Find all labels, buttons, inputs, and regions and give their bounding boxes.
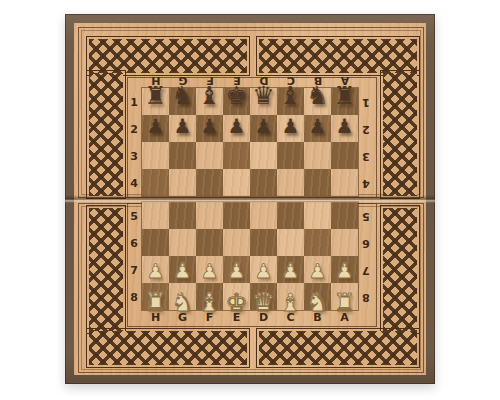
product-photo: ♜♞♝♚♛♝♞♜♟♟♟♟♟♟♟♟ ♟♟♟♟♟♟♟♟♜♞♝♚♛♝♞♜ HHGGFF…	[0, 0, 500, 400]
square-e4	[223, 169, 250, 196]
square-b3	[304, 142, 331, 169]
piece-light-pawn: ♟	[228, 258, 246, 285]
square-c7: ♟	[277, 256, 304, 283]
square-e5	[223, 202, 250, 229]
file-label-top-e: E	[233, 74, 241, 87]
piece-dark-pawn: ♟	[282, 113, 300, 140]
rank-label-left-5: 5	[130, 209, 138, 222]
file-label-bottom-d: D	[259, 311, 268, 324]
piece-light-pawn: ♟	[255, 258, 273, 285]
square-f4	[196, 169, 223, 196]
square-d2: ♟	[250, 115, 277, 142]
square-h4	[142, 169, 169, 196]
knotwork-border-bottom-left-horizontal	[86, 328, 250, 368]
piece-dark-pawn: ♟	[174, 113, 192, 140]
square-c8: ♝	[277, 283, 304, 310]
file-label-top-f: F	[206, 74, 214, 87]
piece-light-pawn: ♟	[201, 258, 219, 285]
piece-light-pawn: ♟	[336, 258, 354, 285]
file-label-bottom-h: H	[151, 311, 160, 324]
square-f3	[196, 142, 223, 169]
square-c1: ♝	[277, 88, 304, 115]
square-e3	[223, 142, 250, 169]
rank-label-left-4: 4	[130, 176, 138, 189]
square-h2: ♟	[142, 115, 169, 142]
rank-label-left-8: 8	[130, 290, 138, 303]
square-g2: ♟	[169, 115, 196, 142]
square-h1: ♜	[142, 88, 169, 115]
chessboard-upper-half: ♜♞♝♚♛♝♞♜♟♟♟♟♟♟♟♟	[142, 88, 358, 196]
square-d6	[250, 229, 277, 256]
rank-label-left-6: 6	[130, 236, 138, 249]
piece-dark-pawn: ♟	[201, 113, 219, 140]
square-c3	[277, 142, 304, 169]
square-g5	[169, 202, 196, 229]
knotwork-border-right-upper-vertical	[380, 70, 420, 199]
rank-label-right-2: 2	[362, 122, 370, 135]
square-g4	[169, 169, 196, 196]
knotwork-border-left-lower-vertical	[86, 205, 126, 334]
piece-light-pawn: ♟	[147, 258, 165, 285]
square-d4	[250, 169, 277, 196]
file-label-top-a: A	[340, 74, 349, 87]
square-g6	[169, 229, 196, 256]
piece-dark-pawn: ♟	[228, 113, 246, 140]
square-d1: ♛	[250, 88, 277, 115]
file-label-bottom-e: E	[233, 311, 241, 324]
square-a2: ♟	[331, 115, 358, 142]
square-d7: ♟	[250, 256, 277, 283]
file-label-bottom-c: C	[286, 311, 294, 324]
file-label-top-g: G	[178, 74, 187, 87]
square-b1: ♞	[304, 88, 331, 115]
square-b4	[304, 169, 331, 196]
file-label-top-h: H	[151, 74, 160, 87]
square-e7: ♟	[223, 256, 250, 283]
square-f7: ♟	[196, 256, 223, 283]
rank-label-left-2: 2	[130, 122, 138, 135]
piece-dark-pawn: ♟	[255, 113, 273, 140]
square-f1: ♝	[196, 88, 223, 115]
square-f5	[196, 202, 223, 229]
piece-light-pawn: ♟	[174, 258, 192, 285]
square-a7: ♟	[331, 256, 358, 283]
square-d5	[250, 202, 277, 229]
square-f2: ♟	[196, 115, 223, 142]
square-e6	[223, 229, 250, 256]
square-b8: ♞	[304, 283, 331, 310]
square-c4	[277, 169, 304, 196]
piece-dark-pawn: ♟	[309, 113, 327, 140]
file-label-bottom-a: A	[340, 311, 349, 324]
square-g3	[169, 142, 196, 169]
piece-light-pawn: ♟	[282, 258, 300, 285]
square-b6	[304, 229, 331, 256]
square-b2: ♟	[304, 115, 331, 142]
square-d8: ♛	[250, 283, 277, 310]
rank-label-left-1: 1	[130, 95, 138, 108]
rank-label-right-7: 7	[362, 263, 370, 276]
square-c2: ♟	[277, 115, 304, 142]
knotwork-border-left-upper-vertical	[86, 70, 126, 199]
chess-board: ♜♞♝♚♛♝♞♜♟♟♟♟♟♟♟♟ ♟♟♟♟♟♟♟♟♜♞♝♚♛♝♞♜ HHGGFF…	[65, 14, 435, 384]
square-g8: ♞	[169, 283, 196, 310]
rank-label-left-7: 7	[130, 263, 138, 276]
square-a5	[331, 202, 358, 229]
file-label-top-b: B	[313, 74, 321, 87]
board-fold-seam	[65, 195, 435, 203]
piece-dark-pawn: ♟	[336, 113, 354, 140]
rank-label-left-3: 3	[130, 149, 138, 162]
square-e1: ♚	[223, 88, 250, 115]
rank-label-right-6: 6	[362, 236, 370, 249]
square-h5	[142, 202, 169, 229]
file-label-bottom-b: B	[313, 311, 321, 324]
rank-label-right-5: 5	[362, 209, 370, 222]
rank-label-right-1: 1	[362, 95, 370, 108]
square-e8: ♚	[223, 283, 250, 310]
square-a6	[331, 229, 358, 256]
rank-label-right-8: 8	[362, 290, 370, 303]
square-g7: ♟	[169, 256, 196, 283]
piece-light-pawn: ♟	[309, 258, 327, 285]
square-b7: ♟	[304, 256, 331, 283]
square-a4	[331, 169, 358, 196]
square-c5	[277, 202, 304, 229]
chessboard-lower-half: ♟♟♟♟♟♟♟♟♜♞♝♚♛♝♞♜	[142, 202, 358, 310]
square-h3	[142, 142, 169, 169]
square-a1: ♜	[331, 88, 358, 115]
square-h6	[142, 229, 169, 256]
square-c6	[277, 229, 304, 256]
square-g1: ♞	[169, 88, 196, 115]
square-f6	[196, 229, 223, 256]
square-b5	[304, 202, 331, 229]
file-label-bottom-f: F	[206, 311, 214, 324]
square-d3	[250, 142, 277, 169]
file-label-top-d: D	[259, 74, 268, 87]
rank-label-right-3: 3	[362, 149, 370, 162]
square-h7: ♟	[142, 256, 169, 283]
knotwork-border-bottom-right-horizontal	[256, 328, 420, 368]
square-e2: ♟	[223, 115, 250, 142]
knotwork-border-right-lower-vertical	[380, 205, 420, 334]
square-h8: ♜	[142, 283, 169, 310]
square-f8: ♝	[196, 283, 223, 310]
file-label-top-c: C	[286, 74, 294, 87]
square-a8: ♜	[331, 283, 358, 310]
file-label-bottom-g: G	[178, 311, 187, 324]
piece-dark-pawn: ♟	[147, 113, 165, 140]
rank-label-right-4: 4	[362, 176, 370, 189]
square-a3	[331, 142, 358, 169]
